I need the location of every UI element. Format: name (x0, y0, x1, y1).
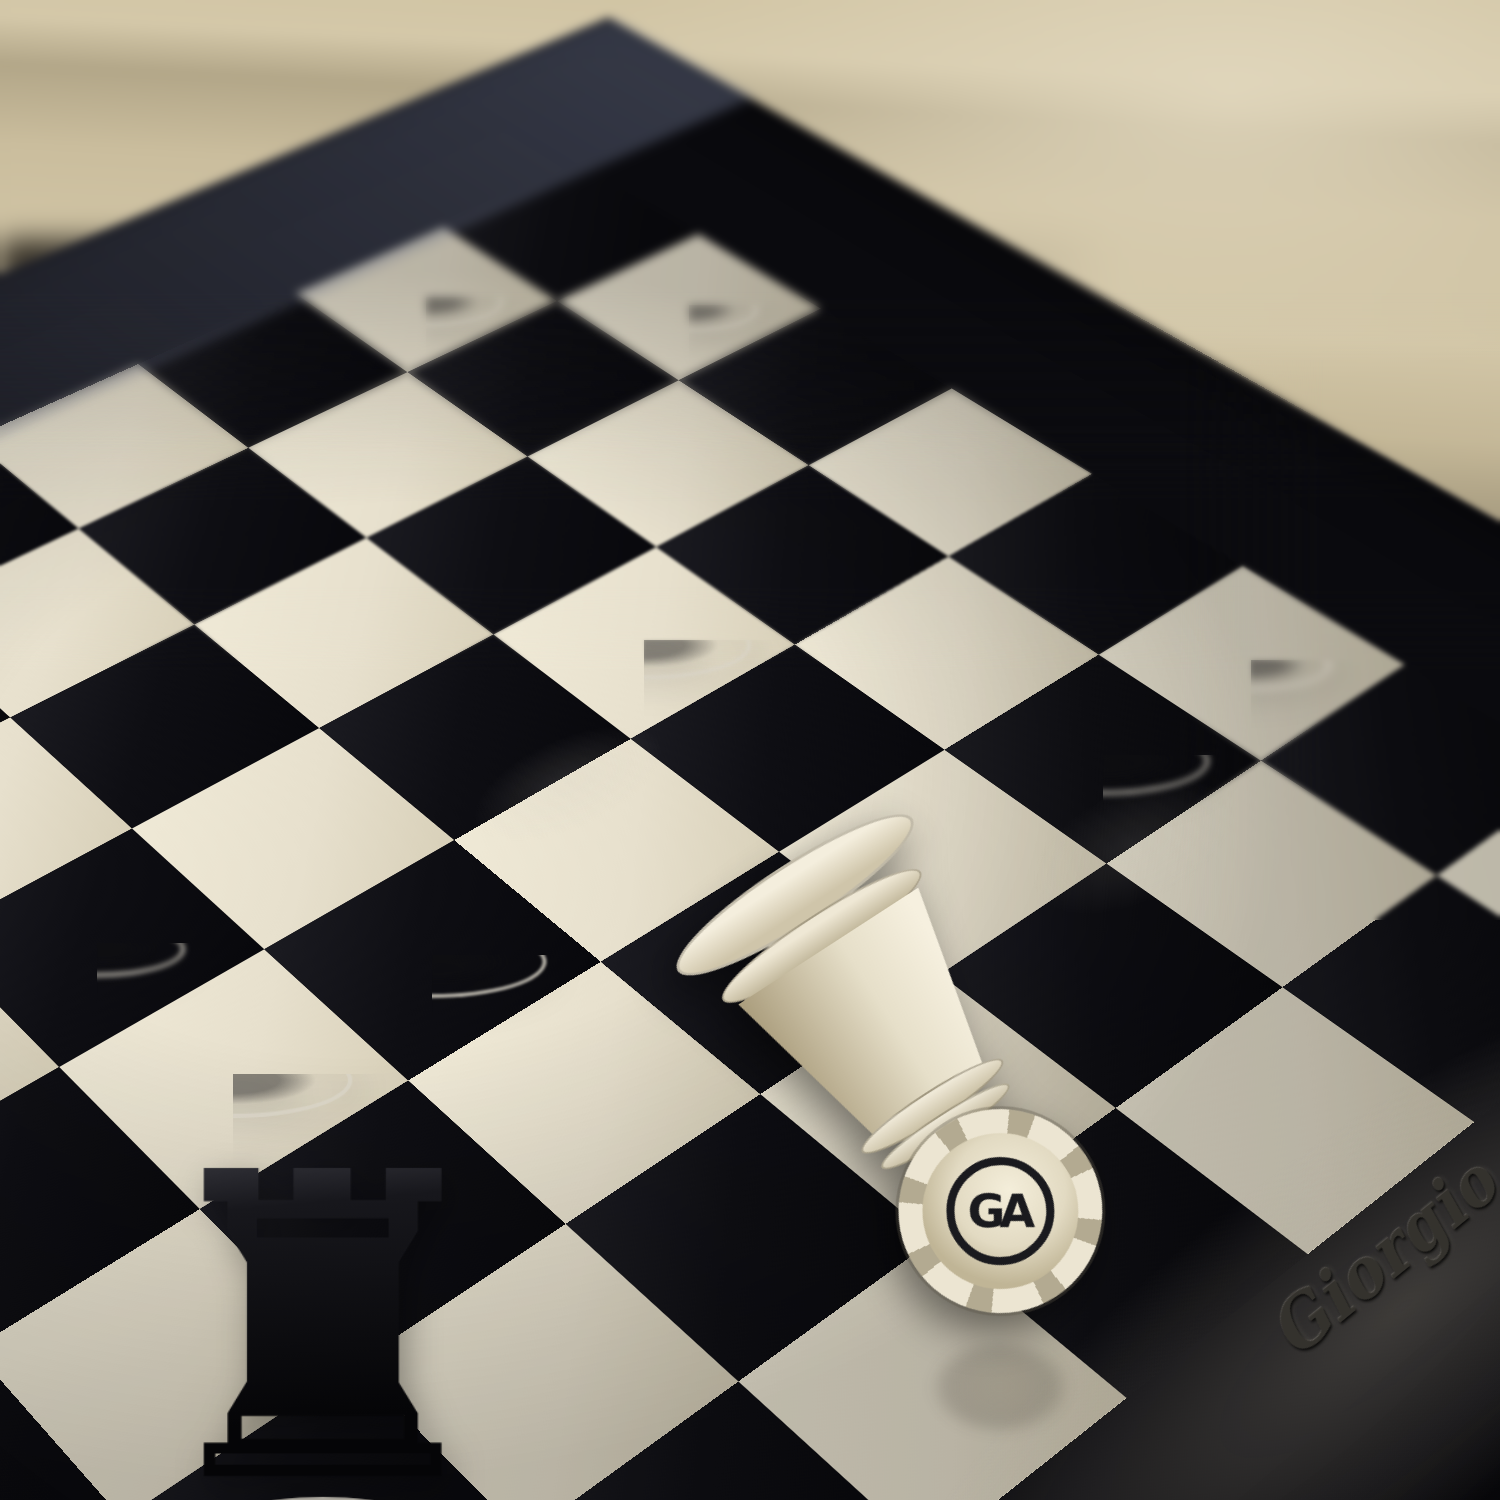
piece-glyph: ♝ (915, 348, 1289, 765)
piece-glyph: ♜ (134, 1118, 512, 1500)
board-scene: ♜♟♟♛♝♞♞♝♟♜ Giorgio Armani (0, 0, 1500, 1500)
chessboard: ♜♟♟♛♝♞♞♝♟♜ Giorgio Armani (0, 17, 1500, 1500)
ga-monogram-text: GA (968, 1184, 1033, 1238)
king-crown-reflection (905, 1322, 1095, 1452)
scene-photo: ♜♟♟♛♝♞♞♝♟♜ Giorgio Armani GA (0, 0, 1500, 1500)
ga-monogram-icon: GA (946, 1157, 1054, 1265)
square-b2[interactable]: ♜ (123, 1365, 524, 1500)
piece-glyph: ♝ (25, 619, 442, 1084)
